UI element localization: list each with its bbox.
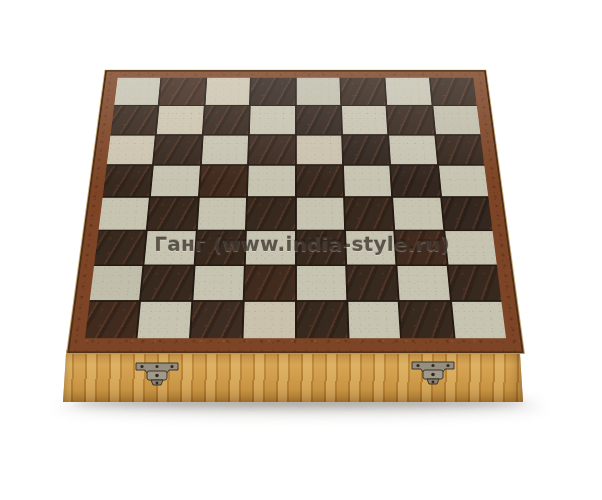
watermark: Ганг (www.india-style.ru)	[154, 232, 450, 256]
square-a4	[99, 198, 150, 230]
square-e7	[296, 106, 341, 134]
square-a8	[114, 78, 160, 105]
square-a3	[94, 231, 146, 264]
square-f2	[347, 266, 398, 301]
square-a1	[85, 302, 139, 338]
square-h2	[448, 266, 501, 301]
square-b5	[151, 166, 200, 196]
square-f8	[341, 78, 386, 105]
square-b2	[141, 266, 193, 301]
board-top	[66, 70, 525, 354]
marble-border	[67, 70, 524, 353]
square-g7	[387, 106, 433, 134]
square-d8	[251, 78, 295, 105]
square-e2	[296, 266, 346, 301]
square-d5	[248, 166, 295, 196]
square-b8	[160, 78, 206, 105]
square-g5	[391, 166, 440, 196]
square-c8	[205, 78, 250, 105]
clasp-icon	[408, 358, 458, 386]
square-g2	[398, 266, 450, 301]
square-g4	[393, 198, 443, 230]
square-d2	[245, 266, 295, 301]
square-e5	[296, 166, 343, 196]
square-a5	[103, 166, 152, 196]
square-g8	[386, 78, 432, 105]
square-h1	[452, 302, 506, 338]
square-c2	[193, 266, 244, 301]
square-d1	[244, 302, 295, 338]
square-a7	[111, 106, 158, 134]
square-b6	[154, 135, 201, 164]
product-photo: Ганг (www.india-style.ru)	[0, 0, 602, 500]
square-b7	[157, 106, 203, 134]
square-d7	[250, 106, 295, 134]
square-f5	[344, 166, 392, 196]
square-h5	[439, 166, 488, 196]
square-c5	[200, 166, 248, 196]
square-c1	[191, 302, 243, 338]
square-c7	[203, 106, 249, 134]
square-h8	[430, 78, 476, 105]
square-d6	[249, 135, 295, 164]
square-g1	[400, 302, 453, 338]
square-h4	[442, 198, 493, 230]
square-e1	[296, 302, 347, 338]
square-e4	[296, 198, 344, 230]
square-g6	[389, 135, 436, 164]
square-b1	[138, 302, 191, 338]
left-clasp	[132, 359, 182, 387]
square-c6	[202, 135, 249, 164]
square-f4	[345, 198, 394, 230]
square-e8	[296, 78, 340, 105]
square-b4	[148, 198, 198, 230]
right-clasp	[408, 358, 458, 386]
square-h7	[433, 106, 480, 134]
chessboard-grid	[85, 78, 506, 339]
square-a6	[107, 135, 155, 164]
square-f1	[348, 302, 400, 338]
square-h3	[445, 231, 497, 264]
clasp-icon	[132, 359, 182, 387]
square-e6	[296, 135, 342, 164]
square-a2	[90, 266, 143, 301]
square-c4	[198, 198, 247, 230]
square-h6	[436, 135, 484, 164]
square-d4	[247, 198, 295, 230]
square-f6	[343, 135, 390, 164]
square-f7	[342, 106, 388, 134]
